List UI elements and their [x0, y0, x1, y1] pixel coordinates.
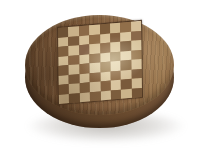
board-square	[132, 87, 142, 97]
board-square	[111, 89, 121, 99]
board-square	[69, 93, 79, 103]
board-square	[59, 94, 69, 104]
board-square	[100, 90, 110, 100]
board-squares-grid	[58, 21, 142, 104]
chess-board	[57, 20, 143, 105]
board-square	[80, 92, 90, 102]
board-square	[121, 88, 131, 98]
board-square	[90, 91, 100, 101]
scene	[0, 0, 200, 150]
